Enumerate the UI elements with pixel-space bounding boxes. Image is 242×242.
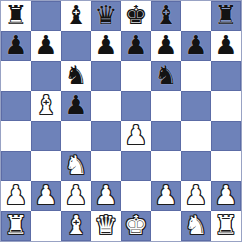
square-e4[interactable]: ♟	[121, 121, 151, 151]
square-c3[interactable]: ♞	[61, 151, 91, 181]
square-b6[interactable]	[31, 61, 61, 91]
square-c8[interactable]: ♝	[61, 1, 91, 31]
square-c6[interactable]: ♞	[61, 61, 91, 91]
square-h2[interactable]: ♟	[211, 181, 241, 211]
square-f6[interactable]: ♞	[151, 61, 181, 91]
white-queen[interactable]: ♛	[94, 211, 117, 240]
chess-board-wrap: ♜♝♛♚♝♜♟♟♟♟♟♟♟♞♞♝♟♟♞♟♟♟♟♟♟♟♜♝♛♚♞♜	[0, 0, 242, 242]
square-e3[interactable]	[121, 151, 151, 181]
white-pawn[interactable]: ♟	[184, 181, 207, 210]
square-h8[interactable]: ♜	[211, 1, 241, 31]
square-b5[interactable]: ♝	[31, 91, 61, 121]
square-a6[interactable]	[1, 61, 31, 91]
square-d1[interactable]: ♛	[91, 211, 121, 241]
white-pawn[interactable]: ♟	[4, 181, 27, 210]
square-g4[interactable]	[181, 121, 211, 151]
black-queen[interactable]: ♛	[94, 1, 117, 30]
white-pawn[interactable]: ♟	[214, 181, 237, 210]
black-knight[interactable]: ♞	[64, 61, 87, 90]
black-rook[interactable]: ♜	[214, 1, 237, 30]
square-h3[interactable]	[211, 151, 241, 181]
square-a7[interactable]: ♟	[1, 31, 31, 61]
square-g3[interactable]	[181, 151, 211, 181]
black-pawn[interactable]: ♟	[124, 31, 147, 60]
chess-board: ♜♝♛♚♝♜♟♟♟♟♟♟♟♞♞♝♟♟♞♟♟♟♟♟♟♟♜♝♛♚♞♜	[0, 0, 242, 242]
square-b4[interactable]	[31, 121, 61, 151]
square-d3[interactable]	[91, 151, 121, 181]
white-pawn[interactable]: ♟	[64, 181, 87, 210]
square-f7[interactable]: ♟	[151, 31, 181, 61]
square-g2[interactable]: ♟	[181, 181, 211, 211]
square-d2[interactable]: ♟	[91, 181, 121, 211]
black-pawn[interactable]: ♟	[94, 31, 117, 60]
square-c2[interactable]: ♟	[61, 181, 91, 211]
square-c7[interactable]	[61, 31, 91, 61]
black-rook[interactable]: ♜	[4, 1, 27, 30]
square-e5[interactable]	[121, 91, 151, 121]
white-knight[interactable]: ♞	[64, 151, 87, 180]
square-a8[interactable]: ♜	[1, 1, 31, 31]
square-a3[interactable]	[1, 151, 31, 181]
square-c5[interactable]: ♟	[61, 91, 91, 121]
square-h4[interactable]	[211, 121, 241, 151]
square-g1[interactable]: ♞	[181, 211, 211, 241]
square-b3[interactable]	[31, 151, 61, 181]
black-pawn[interactable]: ♟	[154, 31, 177, 60]
black-knight[interactable]: ♞	[154, 61, 177, 90]
white-rook[interactable]: ♜	[4, 211, 27, 240]
black-bishop[interactable]: ♝	[64, 1, 87, 30]
black-pawn[interactable]: ♟	[184, 31, 207, 60]
black-pawn[interactable]: ♟	[4, 31, 27, 60]
square-e8[interactable]: ♚	[121, 1, 151, 31]
square-e2[interactable]	[121, 181, 151, 211]
white-rook[interactable]: ♜	[214, 211, 237, 240]
black-king[interactable]: ♚	[124, 1, 147, 30]
square-b2[interactable]: ♟	[31, 181, 61, 211]
square-d8[interactable]: ♛	[91, 1, 121, 31]
white-pawn[interactable]: ♟	[94, 181, 117, 210]
square-d4[interactable]	[91, 121, 121, 151]
square-f2[interactable]: ♟	[151, 181, 181, 211]
square-g8[interactable]	[181, 1, 211, 31]
square-b8[interactable]	[31, 1, 61, 31]
white-bishop[interactable]: ♝	[64, 211, 87, 240]
square-h6[interactable]	[211, 61, 241, 91]
white-knight[interactable]: ♞	[184, 211, 207, 240]
white-pawn[interactable]: ♟	[124, 121, 147, 150]
black-pawn[interactable]: ♟	[214, 31, 237, 60]
square-a5[interactable]	[1, 91, 31, 121]
square-c4[interactable]	[61, 121, 91, 151]
square-e1[interactable]: ♚	[121, 211, 151, 241]
square-h5[interactable]	[211, 91, 241, 121]
square-a1[interactable]: ♜	[1, 211, 31, 241]
square-h7[interactable]: ♟	[211, 31, 241, 61]
white-bishop[interactable]: ♝	[34, 91, 57, 120]
black-pawn[interactable]: ♟	[34, 31, 57, 60]
black-pawn[interactable]: ♟	[64, 91, 87, 120]
square-b1[interactable]	[31, 211, 61, 241]
square-a2[interactable]: ♟	[1, 181, 31, 211]
square-g7[interactable]: ♟	[181, 31, 211, 61]
square-d7[interactable]: ♟	[91, 31, 121, 61]
square-e6[interactable]	[121, 61, 151, 91]
square-e7[interactable]: ♟	[121, 31, 151, 61]
square-f5[interactable]	[151, 91, 181, 121]
square-g5[interactable]	[181, 91, 211, 121]
square-a4[interactable]	[1, 121, 31, 151]
square-d6[interactable]	[91, 61, 121, 91]
white-pawn[interactable]: ♟	[34, 181, 57, 210]
square-f4[interactable]	[151, 121, 181, 151]
square-f8[interactable]: ♝	[151, 1, 181, 31]
square-f3[interactable]	[151, 151, 181, 181]
square-g6[interactable]	[181, 61, 211, 91]
square-f1[interactable]	[151, 211, 181, 241]
white-pawn[interactable]: ♟	[154, 181, 177, 210]
square-h1[interactable]: ♜	[211, 211, 241, 241]
black-bishop[interactable]: ♝	[154, 1, 177, 30]
square-c1[interactable]: ♝	[61, 211, 91, 241]
square-d5[interactable]	[91, 91, 121, 121]
square-b7[interactable]: ♟	[31, 31, 61, 61]
white-king[interactable]: ♚	[124, 211, 147, 240]
